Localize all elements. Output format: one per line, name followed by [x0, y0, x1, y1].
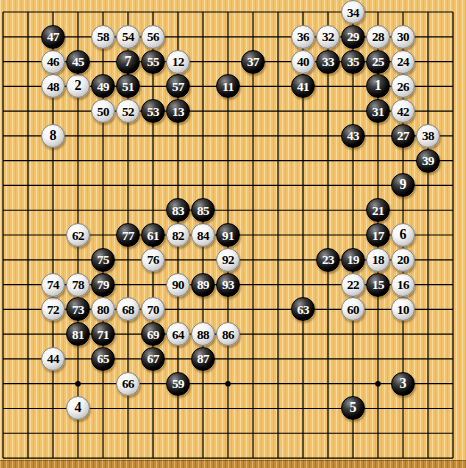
- stone-number: 47: [47, 30, 59, 43]
- stone-white-62: 62: [66, 223, 90, 247]
- stone-black-89: 89: [191, 273, 215, 297]
- stone-black-15: 15: [366, 273, 390, 297]
- stone-black-93: 93: [216, 273, 240, 297]
- stone-number: 77: [122, 229, 134, 242]
- stone-white-12: 12: [166, 50, 190, 74]
- stone-black-91: 91: [216, 223, 240, 247]
- stone-number: 72: [47, 303, 59, 316]
- stone-number: 69: [147, 328, 159, 341]
- stone-number: 36: [297, 30, 309, 43]
- stone-black-29: 29: [341, 25, 365, 49]
- stone-black-23: 23: [316, 248, 340, 272]
- stone-black-75: 75: [91, 248, 115, 272]
- stone-number: 25: [372, 55, 384, 68]
- stone-number: 1: [375, 79, 382, 93]
- stone-number: 85: [197, 204, 209, 217]
- stone-number: 66: [122, 377, 134, 390]
- stone-number: 52: [122, 105, 134, 118]
- stone-number: 23: [322, 253, 334, 266]
- star-point: [375, 381, 381, 387]
- stone-number: 78: [72, 278, 84, 291]
- stone-white-42: 42: [391, 99, 415, 123]
- stone-number: 34: [347, 6, 359, 19]
- stone-black-39: 39: [416, 149, 440, 173]
- stone-black-17: 17: [366, 223, 390, 247]
- stone-number: 57: [172, 80, 184, 93]
- stone-number: 41: [297, 80, 309, 93]
- stone-number: 24: [397, 55, 409, 68]
- stone-number: 11: [222, 80, 233, 93]
- stone-white-36: 36: [291, 25, 315, 49]
- stone-black-61: 61: [141, 223, 165, 247]
- stone-white-74: 74: [41, 273, 65, 297]
- stone-number: 70: [147, 303, 159, 316]
- stone-number: 5: [350, 401, 357, 415]
- stone-black-45: 45: [66, 50, 90, 74]
- stone-white-40: 40: [291, 50, 315, 74]
- stone-number: 31: [372, 105, 384, 118]
- stone-number: 35: [347, 55, 359, 68]
- stone-black-71: 71: [91, 322, 115, 346]
- stone-number: 33: [322, 55, 334, 68]
- stone-number: 67: [147, 352, 159, 365]
- stone-number: 7: [125, 55, 132, 69]
- stone-number: 9: [400, 178, 407, 192]
- board-bottom-edge: [0, 460, 466, 468]
- stone-number: 63: [297, 303, 309, 316]
- stone-number: 12: [172, 55, 184, 68]
- stone-number: 21: [372, 204, 384, 217]
- stone-number: 6: [400, 228, 407, 242]
- stone-number: 51: [122, 80, 134, 93]
- stone-number: 43: [347, 129, 359, 142]
- go-board[interactable]: 1234567891011121315161718192021222324252…: [0, 0, 466, 468]
- stone-number: 74: [47, 278, 59, 291]
- stone-white-90: 90: [166, 273, 190, 297]
- stone-number: 60: [347, 303, 359, 316]
- stone-black-13: 13: [166, 99, 190, 123]
- stone-black-69: 69: [141, 322, 165, 346]
- stone-white-82: 82: [166, 223, 190, 247]
- stone-number: 27: [397, 129, 409, 142]
- stone-white-38: 38: [416, 124, 440, 148]
- stone-black-37: 37: [241, 50, 265, 74]
- stone-white-32: 32: [316, 25, 340, 49]
- stone-black-65: 65: [91, 347, 115, 371]
- stone-number: 48: [47, 80, 59, 93]
- stone-black-67: 67: [141, 347, 165, 371]
- stone-number: 90: [172, 278, 184, 291]
- stone-black-81: 81: [66, 322, 90, 346]
- stone-white-34: 34: [341, 0, 365, 24]
- stone-black-79: 79: [91, 273, 115, 297]
- stone-black-19: 19: [341, 248, 365, 272]
- stone-number: 3: [400, 377, 407, 391]
- stone-black-27: 27: [391, 124, 415, 148]
- stone-number: 30: [397, 30, 409, 43]
- stone-black-35: 35: [341, 50, 365, 74]
- stone-white-28: 28: [366, 25, 390, 49]
- stone-white-56: 56: [141, 25, 165, 49]
- stone-number: 39: [422, 154, 434, 167]
- stone-black-77: 77: [116, 223, 140, 247]
- stone-number: 22: [347, 278, 359, 291]
- stone-white-76: 76: [141, 248, 165, 272]
- stone-number: 75: [97, 253, 109, 266]
- stone-number: 26: [397, 80, 409, 93]
- stone-number: 37: [247, 55, 259, 68]
- stone-number: 61: [147, 229, 159, 242]
- stone-number: 89: [197, 278, 209, 291]
- stone-black-53: 53: [141, 99, 165, 123]
- stone-black-43: 43: [341, 124, 365, 148]
- stone-number: 59: [172, 377, 184, 390]
- stone-black-87: 87: [191, 347, 215, 371]
- stone-number: 82: [172, 229, 184, 242]
- stone-white-16: 16: [391, 273, 415, 297]
- star-point: [75, 381, 81, 387]
- stone-black-59: 59: [166, 372, 190, 396]
- stone-number: 38: [422, 129, 434, 142]
- stone-number: 46: [47, 55, 59, 68]
- stone-black-47: 47: [41, 25, 65, 49]
- stone-number: 73: [72, 303, 84, 316]
- stone-white-6: 6: [391, 223, 415, 247]
- stone-white-24: 24: [391, 50, 415, 74]
- stone-number: 17: [372, 229, 384, 242]
- stone-white-30: 30: [391, 25, 415, 49]
- stone-white-8: 8: [41, 124, 65, 148]
- stone-number: 50: [97, 105, 109, 118]
- stone-black-25: 25: [366, 50, 390, 74]
- stone-number: 65: [97, 352, 109, 365]
- stone-white-58: 58: [91, 25, 115, 49]
- stone-black-55: 55: [141, 50, 165, 74]
- stone-number: 10: [397, 303, 409, 316]
- stone-number: 45: [72, 55, 84, 68]
- stone-black-3: 3: [391, 372, 415, 396]
- stone-number: 15: [372, 278, 384, 291]
- stone-black-33: 33: [316, 50, 340, 74]
- stone-number: 55: [147, 55, 159, 68]
- stone-number: 18: [372, 253, 384, 266]
- stone-number: 29: [347, 30, 359, 43]
- stone-number: 92: [222, 253, 234, 266]
- stone-number: 91: [222, 229, 234, 242]
- stone-number: 32: [322, 30, 334, 43]
- stone-white-64: 64: [166, 322, 190, 346]
- stone-white-18: 18: [366, 248, 390, 272]
- stone-number: 76: [147, 253, 159, 266]
- stone-white-78: 78: [66, 273, 90, 297]
- stone-white-50: 50: [91, 99, 115, 123]
- stone-white-86: 86: [216, 322, 240, 346]
- stone-number: 71: [97, 328, 109, 341]
- stone-white-84: 84: [191, 223, 215, 247]
- stone-number: 2: [75, 79, 82, 93]
- stone-number: 87: [197, 352, 209, 365]
- stone-black-31: 31: [366, 99, 390, 123]
- stone-white-46: 46: [41, 50, 65, 74]
- stone-number: 42: [397, 105, 409, 118]
- stone-number: 81: [72, 328, 84, 341]
- stone-white-44: 44: [41, 347, 65, 371]
- stone-number: 64: [172, 328, 184, 341]
- stone-white-22: 22: [341, 273, 365, 297]
- stone-number: 68: [122, 303, 134, 316]
- stone-white-92: 92: [216, 248, 240, 272]
- stone-white-54: 54: [116, 25, 140, 49]
- stone-number: 93: [222, 278, 234, 291]
- stone-number: 86: [222, 328, 234, 341]
- stone-number: 4: [75, 401, 82, 415]
- stone-number: 40: [297, 55, 309, 68]
- stone-number: 84: [197, 229, 209, 242]
- stone-white-88: 88: [191, 322, 215, 346]
- stone-number: 54: [122, 30, 134, 43]
- stone-number: 49: [97, 80, 109, 93]
- stone-black-7: 7: [116, 50, 140, 74]
- stone-white-20: 20: [391, 248, 415, 272]
- stone-number: 19: [347, 253, 359, 266]
- stone-number: 53: [147, 105, 159, 118]
- stone-number: 80: [97, 303, 109, 316]
- stone-number: 83: [172, 204, 184, 217]
- stone-number: 16: [397, 278, 409, 291]
- stone-number: 8: [50, 129, 57, 143]
- stone-number: 44: [47, 352, 59, 365]
- star-point: [225, 381, 231, 387]
- stone-number: 62: [72, 229, 84, 242]
- stone-number: 56: [147, 30, 159, 43]
- stone-white-52: 52: [116, 99, 140, 123]
- stone-white-66: 66: [116, 372, 140, 396]
- stone-number: 58: [97, 30, 109, 43]
- stone-number: 88: [197, 328, 209, 341]
- stone-number: 28: [372, 30, 384, 43]
- stone-number: 13: [172, 105, 184, 118]
- stone-number: 79: [97, 278, 109, 291]
- stone-number: 20: [397, 253, 409, 266]
